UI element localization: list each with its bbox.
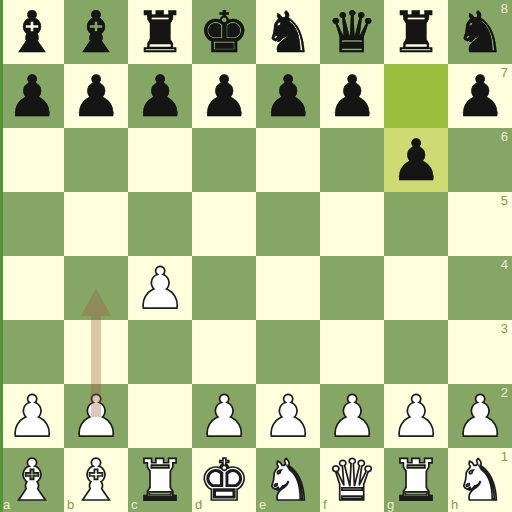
square-e6[interactable] — [256, 128, 320, 192]
square-g4[interactable] — [384, 256, 448, 320]
coord-rank-6: 6 — [501, 129, 508, 144]
square-c4[interactable]: ♟ — [128, 256, 192, 320]
board-left-edge-strip — [0, 0, 3, 512]
piece-white-pawn-g2[interactable]: ♟ — [384, 384, 448, 448]
square-e8[interactable]: ♞ — [256, 0, 320, 64]
square-e5[interactable] — [256, 192, 320, 256]
piece-white-knight-e1[interactable]: ♞ — [256, 448, 320, 512]
piece-black-bishop-b8[interactable]: ♝ — [64, 0, 128, 64]
square-d3[interactable] — [192, 320, 256, 384]
piece-black-pawn-f7[interactable]: ♟ — [320, 64, 384, 128]
square-c5[interactable] — [128, 192, 192, 256]
square-a3[interactable] — [0, 320, 64, 384]
piece-black-rook-c8[interactable]: ♜ — [128, 0, 192, 64]
square-a6[interactable] — [0, 128, 64, 192]
piece-white-pawn-c4[interactable]: ♟ — [128, 256, 192, 320]
square-f4[interactable] — [320, 256, 384, 320]
square-a5[interactable] — [0, 192, 64, 256]
square-d8[interactable]: ♚ — [192, 0, 256, 64]
square-e1[interactable]: ♞e — [256, 448, 320, 512]
square-h5[interactable]: 5 — [448, 192, 512, 256]
square-f2[interactable]: ♟ — [320, 384, 384, 448]
square-c3[interactable] — [128, 320, 192, 384]
square-f3[interactable] — [320, 320, 384, 384]
square-f8[interactable]: ♛ — [320, 0, 384, 64]
square-b4[interactable] — [64, 256, 128, 320]
square-g3[interactable] — [384, 320, 448, 384]
square-e4[interactable] — [256, 256, 320, 320]
piece-black-king-d8[interactable]: ♚ — [192, 0, 256, 64]
square-f6[interactable] — [320, 128, 384, 192]
piece-black-pawn-c7[interactable]: ♟ — [128, 64, 192, 128]
piece-black-pawn-b7[interactable]: ♟ — [64, 64, 128, 128]
square-a7[interactable]: ♟ — [0, 64, 64, 128]
piece-black-pawn-a7[interactable]: ♟ — [0, 64, 64, 128]
square-h6[interactable]: 6 — [448, 128, 512, 192]
piece-black-knight-h8[interactable]: ♞ — [448, 0, 512, 64]
coord-rank-3: 3 — [501, 321, 508, 336]
square-c6[interactable] — [128, 128, 192, 192]
piece-white-rook-c1[interactable]: ♜ — [128, 448, 192, 512]
piece-black-pawn-e7[interactable]: ♟ — [256, 64, 320, 128]
chess-board-panel: ♝♝♜♚♞♛♜♞8♟♟♟♟♟♟♟7♟65♟43♟♟♟♟♟♟♟2♝a♝b♜c♚d♞… — [0, 0, 512, 512]
square-d6[interactable] — [192, 128, 256, 192]
square-f7[interactable]: ♟ — [320, 64, 384, 128]
square-g6[interactable]: ♟ — [384, 128, 448, 192]
piece-black-pawn-d7[interactable]: ♟ — [192, 64, 256, 128]
piece-white-bishop-a1[interactable]: ♝ — [0, 448, 64, 512]
square-b2[interactable]: ♟ — [64, 384, 128, 448]
square-h8[interactable]: ♞8 — [448, 0, 512, 64]
piece-black-pawn-h7[interactable]: ♟ — [448, 64, 512, 128]
square-a1[interactable]: ♝a — [0, 448, 64, 512]
square-c2[interactable] — [128, 384, 192, 448]
piece-white-pawn-f2[interactable]: ♟ — [320, 384, 384, 448]
piece-black-rook-g8[interactable]: ♜ — [384, 0, 448, 64]
piece-white-pawn-e2[interactable]: ♟ — [256, 384, 320, 448]
piece-white-pawn-d2[interactable]: ♟ — [192, 384, 256, 448]
piece-white-knight-h1[interactable]: ♞ — [448, 448, 512, 512]
square-e7[interactable]: ♟ — [256, 64, 320, 128]
square-g5[interactable] — [384, 192, 448, 256]
square-h4[interactable]: 4 — [448, 256, 512, 320]
square-d4[interactable] — [192, 256, 256, 320]
piece-white-pawn-h2[interactable]: ♟ — [448, 384, 512, 448]
square-h1[interactable]: ♞h1 — [448, 448, 512, 512]
piece-white-pawn-a2[interactable]: ♟ — [0, 384, 64, 448]
square-c8[interactable]: ♜ — [128, 0, 192, 64]
square-g2[interactable]: ♟ — [384, 384, 448, 448]
coord-rank-5: 5 — [501, 193, 508, 208]
square-d7[interactable]: ♟ — [192, 64, 256, 128]
piece-white-bishop-b1[interactable]: ♝ — [64, 448, 128, 512]
square-b3[interactable] — [64, 320, 128, 384]
square-g8[interactable]: ♜ — [384, 0, 448, 64]
square-e3[interactable] — [256, 320, 320, 384]
piece-white-king-d1[interactable]: ♚ — [192, 448, 256, 512]
square-f1[interactable]: ♛f — [320, 448, 384, 512]
piece-black-bishop-a8[interactable]: ♝ — [0, 0, 64, 64]
square-g7[interactable] — [384, 64, 448, 128]
piece-white-pawn-b2[interactable]: ♟ — [64, 384, 128, 448]
coord-rank-4: 4 — [501, 257, 508, 272]
square-c1[interactable]: ♜c — [128, 448, 192, 512]
square-a4[interactable] — [0, 256, 64, 320]
square-h2[interactable]: ♟2 — [448, 384, 512, 448]
piece-black-queen-f8[interactable]: ♛ — [320, 0, 384, 64]
square-b1[interactable]: ♝b — [64, 448, 128, 512]
square-b5[interactable] — [64, 192, 128, 256]
square-b8[interactable]: ♝ — [64, 0, 128, 64]
square-b7[interactable]: ♟ — [64, 64, 128, 128]
square-a2[interactable]: ♟ — [0, 384, 64, 448]
square-g1[interactable]: ♜g — [384, 448, 448, 512]
piece-black-pawn-g6[interactable]: ♟ — [384, 128, 448, 192]
square-e2[interactable]: ♟ — [256, 384, 320, 448]
square-d1[interactable]: ♚d — [192, 448, 256, 512]
square-d5[interactable] — [192, 192, 256, 256]
square-h7[interactable]: ♟7 — [448, 64, 512, 128]
piece-white-queen-f1[interactable]: ♛ — [320, 448, 384, 512]
chess-board: ♝♝♜♚♞♛♜♞8♟♟♟♟♟♟♟7♟65♟43♟♟♟♟♟♟♟2♝a♝b♜c♚d♞… — [0, 0, 512, 512]
square-d2[interactable]: ♟ — [192, 384, 256, 448]
square-h3[interactable]: 3 — [448, 320, 512, 384]
square-f5[interactable] — [320, 192, 384, 256]
square-b6[interactable] — [64, 128, 128, 192]
square-c7[interactable]: ♟ — [128, 64, 192, 128]
piece-black-knight-e8[interactable]: ♞ — [256, 0, 320, 64]
square-a8[interactable]: ♝ — [0, 0, 64, 64]
piece-white-rook-g1[interactable]: ♜ — [384, 448, 448, 512]
